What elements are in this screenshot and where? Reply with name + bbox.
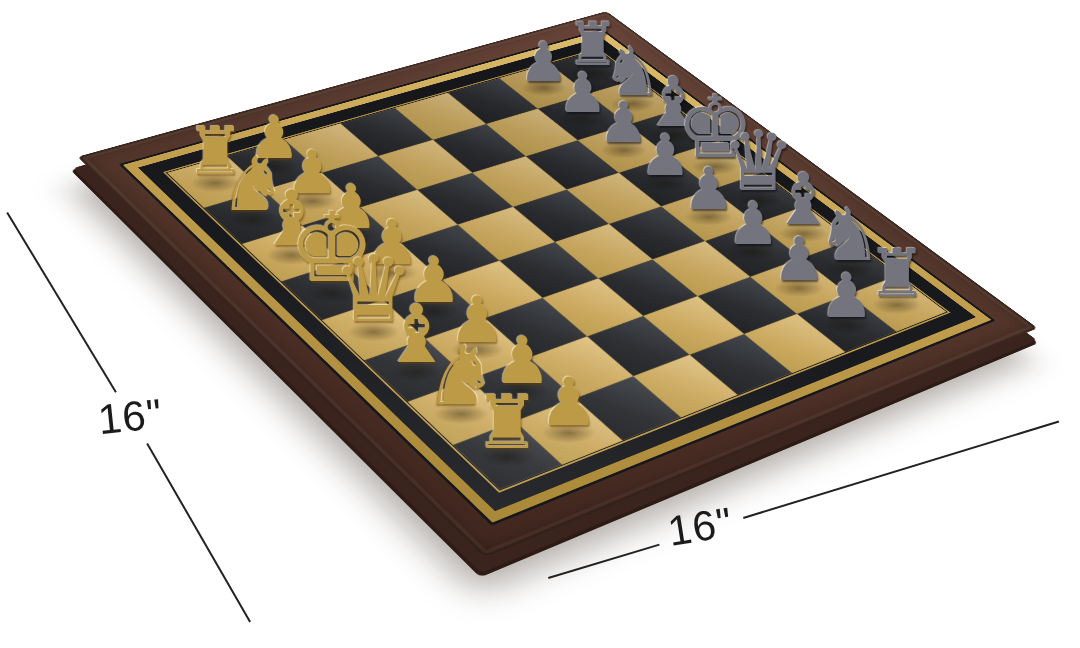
left-dimension-line-lower	[146, 443, 251, 622]
piece-white-rook-a1[interactable]: ♜	[474, 385, 541, 459]
piece-black-pawn-b7[interactable]: ♟	[772, 229, 826, 289]
left-dimension-label: 16"	[96, 393, 165, 442]
bottom-dimension-label: 16"	[665, 501, 735, 553]
piece-black-rook-a8[interactable]: ♜	[868, 241, 927, 307]
piece-black-pawn-a7[interactable]: ♟	[819, 265, 874, 326]
bottom-dimension-line-left	[548, 544, 660, 579]
left-dimension-line-upper	[6, 212, 116, 393]
piece-white-pawn-a2[interactable]: ♟	[539, 369, 598, 435]
bottom-dimension-line-right	[743, 421, 1059, 519]
product-photo-scene: ♜♞♝♚♛♝♞♜♟♟♟♟♟♟♟♟♟♟♟♟♟♟♟♟♜♞♝♚♛♝♞♜ 16" 16"	[0, 0, 1080, 648]
